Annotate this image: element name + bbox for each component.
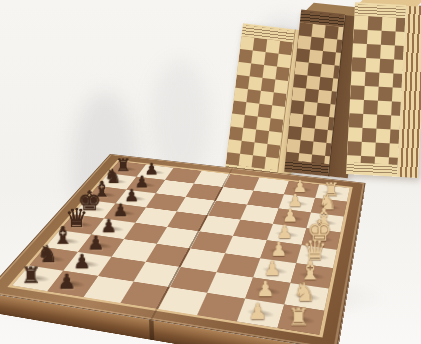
folded-board-case-right bbox=[346, 2, 421, 178]
square-f3[interactable] bbox=[240, 205, 278, 224]
case-checker-pattern bbox=[347, 15, 406, 164]
chess-board: ♜♟♟♜♞♟♟♞♝♟♟♝♚♟♟♚♛♟♟♛♝♟♟♝♞♟♟♞♜♟♟♜ bbox=[46, 78, 352, 344]
white-rook[interactable]: ♜ bbox=[288, 305, 310, 330]
square-a6[interactable] bbox=[83, 276, 133, 303]
black-pawn[interactable]: ♟ bbox=[57, 272, 75, 293]
board-surface: ♜♟♟♜♞♟♟♞♝♟♟♝♚♟♟♚♛♟♟♛♝♟♟♝♞♟♟♞♜♟♟♜ bbox=[0, 154, 366, 344]
case-groove-lines bbox=[346, 162, 397, 175]
white-pawn[interactable]: ♟ bbox=[256, 279, 275, 300]
white-pawn[interactable]: ♟ bbox=[248, 301, 268, 323]
case-checkered-face bbox=[346, 2, 406, 176]
square-a1[interactable]: ♜ bbox=[277, 305, 324, 335]
square-a2[interactable]: ♟ bbox=[237, 299, 285, 328]
square-a3[interactable] bbox=[197, 293, 245, 322]
black-rook[interactable]: ♜ bbox=[21, 264, 41, 287]
chess-set-product-photo: ♜♟♟♜♞♟♟♞♝♟♟♝♚♟♟♚♛♟♟♛♝♟♟♝♞♟♟♞♜♟♟♜ bbox=[0, 0, 421, 344]
